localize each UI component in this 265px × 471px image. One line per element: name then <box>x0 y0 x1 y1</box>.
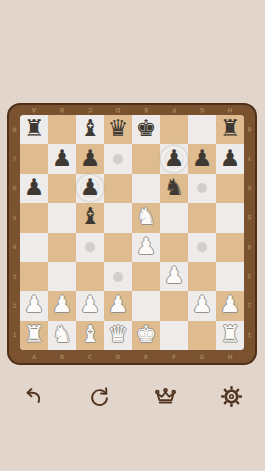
chess-board: ABCDEFGH 87654321 ♜♝♛♚♜♟♟♟♟♟♟♟♞♝♞♟♟♟♟♟♟♟… <box>7 103 257 365</box>
rank-label-3: 3 <box>9 262 20 291</box>
rank-label-6: 6 <box>244 174 255 203</box>
board-frame-corner <box>9 105 20 115</box>
rank-label-4: 4 <box>244 233 255 262</box>
file-label-b: B <box>48 354 76 360</box>
square-h1[interactable]: ♜ <box>216 321 244 350</box>
black-pawn[interactable]: ♟ <box>80 176 101 199</box>
square-a3[interactable] <box>20 262 48 291</box>
square-a8[interactable]: ♜ <box>20 115 48 144</box>
board-frame-corner <box>244 350 255 360</box>
square-h5[interactable] <box>216 203 244 232</box>
square-h6[interactable] <box>216 174 244 203</box>
square-b4[interactable] <box>48 233 76 262</box>
white-pawn[interactable]: ♟ <box>164 264 185 287</box>
square-e4[interactable]: ♟ <box>132 233 160 262</box>
square-e3[interactable] <box>132 262 160 291</box>
white-knight[interactable]: ♞ <box>136 205 157 228</box>
white-bishop[interactable]: ♝ <box>80 323 101 346</box>
white-pawn[interactable]: ♟ <box>136 235 157 258</box>
crown-icon <box>152 383 179 413</box>
file-label-h: H <box>216 107 244 113</box>
square-b3[interactable] <box>48 262 76 291</box>
square-c8[interactable]: ♝ <box>76 115 104 144</box>
redo-button[interactable] <box>66 382 132 414</box>
square-e6[interactable] <box>132 174 160 203</box>
black-pawn[interactable]: ♟ <box>80 147 101 170</box>
square-c2[interactable]: ♟ <box>76 291 104 320</box>
file-label-c: C <box>76 354 104 360</box>
square-b6[interactable] <box>48 174 76 203</box>
rank-label-3: 3 <box>244 262 255 291</box>
square-d7[interactable] <box>104 144 132 173</box>
black-pawn[interactable]: ♟ <box>220 147 241 170</box>
file-label-g: G <box>188 107 216 113</box>
square-g1[interactable] <box>188 321 216 350</box>
square-g6[interactable] <box>188 174 216 203</box>
rank-label-1: 1 <box>9 321 20 350</box>
file-label-f: F <box>160 354 188 360</box>
square-a6[interactable]: ♟ <box>20 174 48 203</box>
square-a1[interactable]: ♜ <box>20 321 48 350</box>
black-bishop[interactable]: ♝ <box>80 205 101 228</box>
square-h7[interactable]: ♟ <box>216 144 244 173</box>
square-e1[interactable]: ♚ <box>132 321 160 350</box>
file-labels-top: ABCDEFGH <box>20 105 244 115</box>
settings-button[interactable] <box>199 382 265 414</box>
square-b1[interactable]: ♞ <box>48 321 76 350</box>
square-d6[interactable] <box>104 174 132 203</box>
square-g3[interactable] <box>188 262 216 291</box>
black-pawn[interactable]: ♟ <box>52 147 73 170</box>
undo-button[interactable] <box>0 382 66 414</box>
square-g8[interactable] <box>188 115 216 144</box>
gear-icon <box>218 383 245 413</box>
white-king[interactable]: ♚ <box>136 323 157 346</box>
square-b2[interactable]: ♟ <box>48 291 76 320</box>
rank-labels-left: 87654321 <box>9 115 20 350</box>
square-a7[interactable] <box>20 144 48 173</box>
white-pawn[interactable]: ♟ <box>108 293 129 316</box>
black-queen[interactable]: ♛ <box>108 117 129 140</box>
square-h3[interactable] <box>216 262 244 291</box>
square-h2[interactable]: ♟ <box>216 291 244 320</box>
white-queen[interactable]: ♛ <box>108 323 129 346</box>
bottom-toolbar <box>0 382 265 414</box>
black-bishop[interactable]: ♝ <box>80 117 101 140</box>
file-label-h: H <box>216 354 244 360</box>
board-grid: ♜♝♛♚♜♟♟♟♟♟♟♟♞♝♞♟♟♟♟♟♟♟♟♜♞♝♛♚♜ <box>20 115 244 350</box>
black-king[interactable]: ♚ <box>136 117 157 140</box>
square-d5[interactable] <box>104 203 132 232</box>
file-label-d: D <box>104 107 132 113</box>
square-f3[interactable]: ♟ <box>160 262 188 291</box>
square-c5[interactable]: ♝ <box>76 203 104 232</box>
white-pawn[interactable]: ♟ <box>52 293 73 316</box>
file-label-e: E <box>132 107 160 113</box>
black-pawn[interactable]: ♟ <box>192 147 213 170</box>
black-rook[interactable]: ♜ <box>24 117 45 140</box>
square-h4[interactable] <box>216 233 244 262</box>
black-knight[interactable]: ♞ <box>164 176 185 199</box>
board-frame-corner <box>9 350 20 360</box>
rank-label-8: 8 <box>244 115 255 144</box>
rank-label-5: 5 <box>9 203 20 232</box>
rank-label-4: 4 <box>9 233 20 262</box>
legal-move-dot <box>197 183 207 193</box>
white-knight[interactable]: ♞ <box>52 323 73 346</box>
file-label-a: A <box>20 107 48 113</box>
square-a5[interactable] <box>20 203 48 232</box>
rank-label-7: 7 <box>9 144 20 173</box>
square-d1[interactable]: ♛ <box>104 321 132 350</box>
rank-label-7: 7 <box>244 144 255 173</box>
white-pawn[interactable]: ♟ <box>192 293 213 316</box>
square-g7[interactable]: ♟ <box>188 144 216 173</box>
square-g2[interactable]: ♟ <box>188 291 216 320</box>
file-labels-bottom: ABCDEFGH <box>20 350 244 363</box>
black-rook[interactable]: ♜ <box>220 117 241 140</box>
square-f1[interactable] <box>160 321 188 350</box>
square-e2[interactable] <box>132 291 160 320</box>
rank-label-6: 6 <box>9 174 20 203</box>
square-b7[interactable]: ♟ <box>48 144 76 173</box>
rank-label-1: 1 <box>244 321 255 350</box>
square-f8[interactable] <box>160 115 188 144</box>
rank-labels-right: 87654321 <box>244 115 255 350</box>
square-g4[interactable] <box>188 233 216 262</box>
file-label-a: A <box>20 354 48 360</box>
chess-app-screen: ABCDEFGH 87654321 ♜♝♛♚♜♟♟♟♟♟♟♟♞♝♞♟♟♟♟♟♟♟… <box>0 0 265 471</box>
square-a4[interactable] <box>20 233 48 262</box>
square-f2[interactable] <box>160 291 188 320</box>
file-label-d: D <box>104 354 132 360</box>
file-label-g: G <box>188 354 216 360</box>
square-f7[interactable]: ♟ <box>160 144 188 173</box>
white-pawn[interactable]: ♟ <box>24 293 45 316</box>
square-c3[interactable] <box>76 262 104 291</box>
legal-move-dot <box>113 154 123 164</box>
black-pawn[interactable]: ♟ <box>24 176 45 199</box>
white-pawn[interactable]: ♟ <box>80 293 101 316</box>
rank-label-5: 5 <box>244 203 255 232</box>
white-pawn[interactable]: ♟ <box>220 293 241 316</box>
square-e8[interactable]: ♚ <box>132 115 160 144</box>
square-d3[interactable] <box>104 262 132 291</box>
square-c4[interactable] <box>76 233 104 262</box>
square-f6[interactable]: ♞ <box>160 174 188 203</box>
square-d4[interactable] <box>104 233 132 262</box>
square-b8[interactable] <box>48 115 76 144</box>
square-c6[interactable]: ♟ <box>76 174 104 203</box>
rank-label-8: 8 <box>9 115 20 144</box>
square-f5[interactable] <box>160 203 188 232</box>
square-c7[interactable]: ♟ <box>76 144 104 173</box>
square-b5[interactable] <box>48 203 76 232</box>
hint-button[interactable] <box>133 382 199 414</box>
undo-arrow-icon <box>20 383 47 413</box>
square-d8[interactable]: ♛ <box>104 115 132 144</box>
white-rook[interactable]: ♜ <box>24 323 45 346</box>
white-rook[interactable]: ♜ <box>220 323 241 346</box>
file-label-b: B <box>48 107 76 113</box>
square-h8[interactable]: ♜ <box>216 115 244 144</box>
file-label-e: E <box>132 354 160 360</box>
black-pawn[interactable]: ♟ <box>164 147 185 170</box>
square-f4[interactable] <box>160 233 188 262</box>
square-c1[interactable]: ♝ <box>76 321 104 350</box>
square-e7[interactable] <box>132 144 160 173</box>
rank-label-2: 2 <box>9 291 20 320</box>
rank-label-2: 2 <box>244 291 255 320</box>
legal-move-dot <box>85 242 95 252</box>
square-d2[interactable]: ♟ <box>104 291 132 320</box>
square-a2[interactable]: ♟ <box>20 291 48 320</box>
redo-arrow-icon <box>86 383 113 413</box>
board-frame-corner <box>244 105 255 115</box>
legal-move-dot <box>197 242 207 252</box>
square-g5[interactable] <box>188 203 216 232</box>
legal-move-dot <box>113 272 123 282</box>
file-label-f: F <box>160 107 188 113</box>
file-label-c: C <box>76 107 104 113</box>
square-e5[interactable]: ♞ <box>132 203 160 232</box>
